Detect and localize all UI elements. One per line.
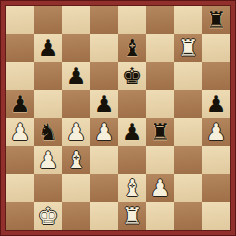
square-d1[interactable] [90,202,118,230]
square-c1[interactable] [62,202,90,230]
square-b6[interactable] [34,62,62,90]
square-e2[interactable]: ♝ [118,174,146,202]
black-knight-b4[interactable]: ♞ [38,118,59,146]
square-g3[interactable] [174,146,202,174]
square-c4[interactable]: ♟ [62,118,90,146]
square-c5[interactable] [62,90,90,118]
black-pawn-b7[interactable]: ♟ [38,34,59,62]
black-pawn-a5[interactable]: ♟ [10,90,31,118]
white-bishop-e2[interactable]: ♝ [122,174,143,202]
white-pawn-f2[interactable]: ♟ [150,174,171,202]
square-d8[interactable] [90,6,118,34]
square-b2[interactable] [34,174,62,202]
square-b8[interactable] [34,6,62,34]
square-g6[interactable] [174,62,202,90]
square-f3[interactable] [146,146,174,174]
white-rook-g7[interactable]: ♜ [178,34,199,62]
square-f8[interactable] [146,6,174,34]
black-pawn-c6[interactable]: ♟ [66,62,87,90]
square-a2[interactable] [6,174,34,202]
black-pawn-d5[interactable]: ♟ [94,90,115,118]
black-rook-f4[interactable]: ♜ [150,118,171,146]
square-d3[interactable] [90,146,118,174]
square-a7[interactable] [6,34,34,62]
square-f7[interactable] [146,34,174,62]
square-d7[interactable] [90,34,118,62]
square-e5[interactable] [118,90,146,118]
square-c8[interactable] [62,6,90,34]
black-rook-h8[interactable]: ♜ [206,6,227,34]
square-h8[interactable]: ♜ [202,6,230,34]
square-g7[interactable]: ♜ [174,34,202,62]
square-g8[interactable] [174,6,202,34]
white-rook-e1[interactable]: ♜ [122,202,143,230]
board-frame: ♜♟♝♜♟♚♟♟♟♟♞♟♟♟♜♟♟♝♝♟♚♜ [0,0,236,236]
square-e4[interactable]: ♟ [118,118,146,146]
square-h1[interactable] [202,202,230,230]
white-pawn-a4[interactable]: ♟ [10,118,31,146]
square-h4[interactable]: ♟ [202,118,230,146]
square-c6[interactable]: ♟ [62,62,90,90]
square-d4[interactable]: ♟ [90,118,118,146]
square-e3[interactable] [118,146,146,174]
square-a4[interactable]: ♟ [6,118,34,146]
white-pawn-h4[interactable]: ♟ [206,118,227,146]
square-a1[interactable] [6,202,34,230]
square-b7[interactable]: ♟ [34,34,62,62]
square-f4[interactable]: ♜ [146,118,174,146]
white-bishop-c3[interactable]: ♝ [66,146,87,174]
square-b3[interactable]: ♟ [34,146,62,174]
square-h3[interactable] [202,146,230,174]
square-f5[interactable] [146,90,174,118]
chess-board: ♜♟♝♜♟♚♟♟♟♟♞♟♟♟♜♟♟♝♝♟♚♜ [6,6,230,230]
square-h7[interactable] [202,34,230,62]
square-f6[interactable] [146,62,174,90]
square-e8[interactable] [118,6,146,34]
square-a8[interactable] [6,6,34,34]
square-c3[interactable]: ♝ [62,146,90,174]
square-g4[interactable] [174,118,202,146]
square-e6[interactable]: ♚ [118,62,146,90]
white-pawn-c4[interactable]: ♟ [66,118,87,146]
square-h2[interactable] [202,174,230,202]
square-f1[interactable] [146,202,174,230]
square-a6[interactable] [6,62,34,90]
square-c2[interactable] [62,174,90,202]
square-d5[interactable]: ♟ [90,90,118,118]
square-e1[interactable]: ♜ [118,202,146,230]
square-f2[interactable]: ♟ [146,174,174,202]
white-pawn-d4[interactable]: ♟ [94,118,115,146]
square-e7[interactable]: ♝ [118,34,146,62]
black-bishop-e7[interactable]: ♝ [122,34,143,62]
square-a3[interactable] [6,146,34,174]
square-g2[interactable] [174,174,202,202]
square-b5[interactable] [34,90,62,118]
white-pawn-b3[interactable]: ♟ [38,146,59,174]
square-b4[interactable]: ♞ [34,118,62,146]
square-h5[interactable]: ♟ [202,90,230,118]
square-a5[interactable]: ♟ [6,90,34,118]
square-g5[interactable] [174,90,202,118]
square-h6[interactable] [202,62,230,90]
white-king-b1[interactable]: ♚ [38,202,59,230]
square-b1[interactable]: ♚ [34,202,62,230]
square-c7[interactable] [62,34,90,62]
square-g1[interactable] [174,202,202,230]
black-pawn-h5[interactable]: ♟ [206,90,227,118]
black-king-e6[interactable]: ♚ [122,62,143,90]
square-d2[interactable] [90,174,118,202]
square-d6[interactable] [90,62,118,90]
black-pawn-e4[interactable]: ♟ [122,118,143,146]
